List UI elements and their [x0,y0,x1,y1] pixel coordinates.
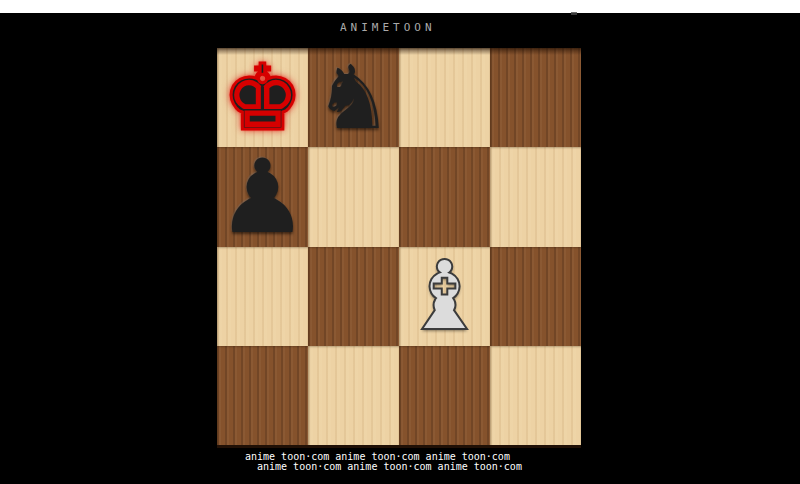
square-a5[interactable] [217,346,308,445]
square-a6[interactable] [217,247,308,346]
square-b7[interactable] [308,147,399,246]
square-d5[interactable] [490,346,581,445]
page-title: ANIMETOON [340,22,460,34]
screen-artifact [571,12,577,15]
square-a8[interactable]: ♚ [217,48,308,147]
square-c5[interactable] [399,346,490,445]
square-c7[interactable] [399,147,490,246]
top-white-band [0,0,800,13]
square-c6[interactable]: ♝ [399,247,490,346]
watermark-line-2: anime toon·com anime toon·com anime toon… [257,462,522,472]
black-knight[interactable]: ♞ [314,54,393,142]
black-king-in-check[interactable]: ♚ [222,53,303,143]
square-d7[interactable] [490,147,581,246]
square-d6[interactable] [490,247,581,346]
square-c8[interactable] [399,48,490,147]
app-window: ANIMETOON ♚♞♟♝ anime toon·com anime toon… [0,0,800,484]
square-a7[interactable]: ♟ [217,147,308,246]
square-b6[interactable] [308,247,399,346]
chess-board: ♚♞♟♝ [217,48,581,445]
white-bishop[interactable]: ♝ [401,248,487,344]
square-b5[interactable] [308,346,399,445]
square-d8[interactable] [490,48,581,147]
square-b8[interactable]: ♞ [308,48,399,147]
black-pawn[interactable]: ♟ [217,146,308,248]
